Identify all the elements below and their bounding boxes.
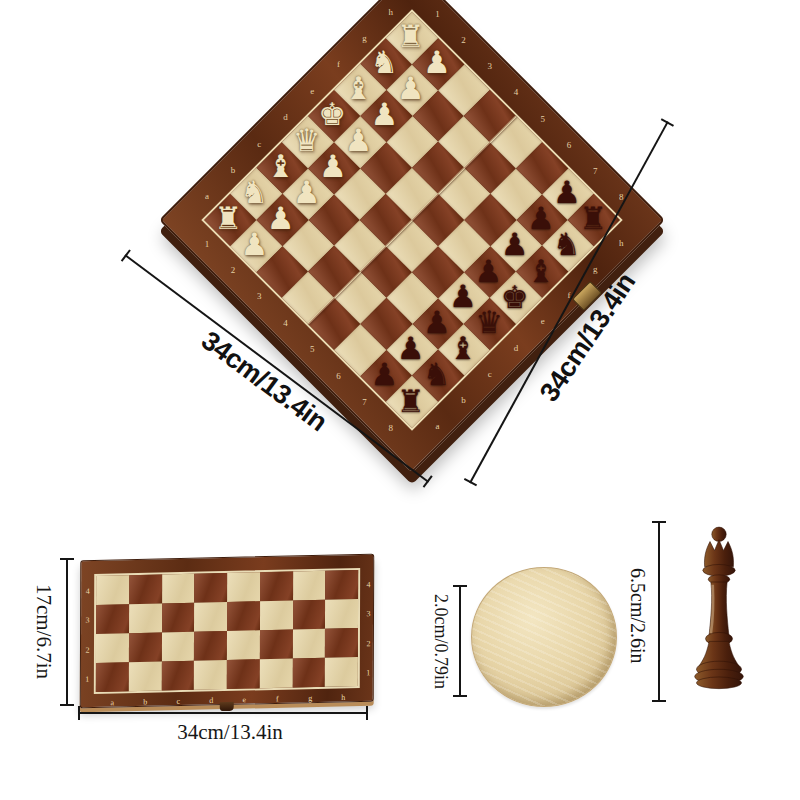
product-photo-stage: ♜♞♝♛♚♝♞♜♟♟♟♟♟♟♟♟♟♟♟♟♟♟♟♟♜♞♝♛♚♝♞♜ aabbccd… bbox=[0, 0, 800, 800]
black-pawn-piece: ♟ bbox=[553, 177, 581, 208]
folded-width-line bbox=[78, 712, 368, 714]
board-coordinate: d bbox=[514, 343, 519, 353]
folded-board-coordinate: 1 bbox=[366, 669, 370, 678]
folded-board-coordinate: 2 bbox=[366, 639, 370, 648]
white-knight-piece: ♞ bbox=[241, 177, 269, 208]
board-coordinate: 7 bbox=[362, 397, 367, 407]
white-pawn-piece: ♟ bbox=[319, 151, 347, 182]
folded-board-coordinate: 3 bbox=[86, 616, 90, 625]
folded-board-coordinate: b bbox=[143, 697, 147, 706]
folded-height-label: 17cm/6.7in bbox=[33, 566, 54, 698]
folded-board-coordinate: g bbox=[308, 693, 312, 702]
white-pawn-piece: ♟ bbox=[293, 177, 321, 208]
board-coordinate: 2 bbox=[461, 35, 466, 45]
white-pawn-piece: ♟ bbox=[345, 125, 373, 156]
folded-board-coordinate: 1 bbox=[85, 675, 89, 684]
white-pawn-piece: ♟ bbox=[267, 203, 295, 234]
folded-square-b3 bbox=[129, 603, 162, 633]
white-queen-piece: ♛ bbox=[293, 125, 321, 156]
folded-square-d2 bbox=[194, 631, 227, 661]
black-knight-piece: ♞ bbox=[553, 229, 581, 260]
checker-disc bbox=[471, 567, 617, 707]
board-coordinate: 2 bbox=[231, 265, 236, 275]
folded-board-coordinate: 3 bbox=[366, 609, 370, 618]
white-rook-piece: ♜ bbox=[215, 203, 243, 234]
folded-board-playing-area bbox=[94, 568, 360, 694]
board-coordinate: 1 bbox=[435, 8, 440, 18]
board-coordinate: h bbox=[389, 7, 394, 17]
board-coordinate: 3 bbox=[257, 291, 262, 301]
folded-square-f1 bbox=[260, 659, 293, 689]
folded-board-coordinate: h bbox=[341, 692, 345, 701]
folded-square-h1 bbox=[325, 657, 358, 687]
board-coordinate: 3 bbox=[488, 61, 493, 71]
folded-square-d4 bbox=[194, 573, 227, 603]
folded-board-grid bbox=[96, 570, 358, 692]
folded-square-a3 bbox=[96, 604, 129, 634]
folded-square-c2 bbox=[161, 632, 194, 662]
board-coordinate: e bbox=[541, 316, 545, 326]
folded-square-g3 bbox=[292, 600, 325, 630]
main-chess-board: ♜♞♝♛♚♝♞♜♟♟♟♟♟♟♟♟♟♟♟♟♟♟♟♟♜♞♝♛♚♝♞♜ aabbccd… bbox=[159, 0, 665, 473]
board-coordinate: g bbox=[593, 264, 598, 274]
black-pawn-piece: ♟ bbox=[423, 307, 451, 338]
folded-square-h4 bbox=[325, 570, 358, 600]
folded-chess-board: 44332211abcdefgh bbox=[80, 554, 374, 709]
board-coordinate: h bbox=[619, 237, 624, 247]
board-coordinate: 1 bbox=[204, 239, 209, 249]
folded-square-e2 bbox=[227, 630, 260, 660]
white-pawn-piece: ♟ bbox=[397, 73, 425, 104]
folded-board-coordinate: 4 bbox=[86, 586, 90, 595]
white-king-piece: ♚ bbox=[319, 99, 347, 130]
board-coordinate: 7 bbox=[593, 166, 598, 176]
board-coordinate: e bbox=[310, 86, 314, 96]
board-coordinate: c bbox=[488, 369, 492, 379]
board-coordinate: 6 bbox=[336, 370, 341, 380]
board-coordinate: f bbox=[337, 60, 340, 70]
folded-board-coordinate: d bbox=[209, 695, 213, 704]
board-coordinate: 6 bbox=[567, 140, 571, 150]
board-coordinate: d bbox=[283, 112, 288, 122]
folded-board-coordinate: 2 bbox=[85, 645, 89, 654]
folded-square-a2 bbox=[96, 633, 129, 663]
folded-square-g1 bbox=[292, 658, 325, 688]
board-coordinate: c bbox=[257, 139, 261, 149]
black-rook-piece: ♜ bbox=[579, 203, 607, 234]
folded-square-d3 bbox=[194, 602, 227, 632]
board-coordinate: g bbox=[362, 33, 367, 43]
folded-board-coordinate: f bbox=[276, 694, 279, 703]
white-knight-piece: ♞ bbox=[371, 47, 399, 78]
black-bishop-piece: ♝ bbox=[527, 255, 555, 286]
board-coordinate: 5 bbox=[540, 114, 545, 124]
folded-square-e4 bbox=[227, 572, 260, 602]
board-coordinate: 4 bbox=[283, 318, 288, 328]
board-coordinate: a bbox=[205, 191, 209, 201]
white-rook-piece: ♜ bbox=[397, 21, 425, 52]
piece-height-label: 6.5cm/2.6in bbox=[628, 555, 648, 677]
folded-square-a4 bbox=[96, 575, 129, 605]
black-pawn-piece: ♟ bbox=[371, 359, 399, 390]
folded-square-d1 bbox=[194, 660, 227, 690]
folded-square-f2 bbox=[260, 630, 293, 660]
black-pawn-piece: ♟ bbox=[527, 203, 555, 234]
disc-diameter-label: 2.0cm/0.79in bbox=[432, 578, 450, 704]
board-coordinate: 5 bbox=[310, 344, 315, 354]
black-rook-piece: ♜ bbox=[397, 385, 425, 416]
folded-square-f3 bbox=[260, 601, 293, 631]
folded-square-h3 bbox=[325, 599, 358, 629]
board-coordinate: b bbox=[231, 165, 236, 175]
board-coordinate: 4 bbox=[514, 87, 519, 97]
white-bishop-piece: ♝ bbox=[267, 151, 295, 182]
folded-square-b1 bbox=[129, 661, 162, 691]
folded-board-coordinate: e bbox=[242, 695, 246, 704]
folded-board-coordinate: c bbox=[176, 696, 180, 705]
black-knight-piece: ♞ bbox=[423, 359, 451, 390]
folded-width-label: 34cm/13.4in bbox=[125, 720, 335, 745]
folded-board-coordinate: 4 bbox=[367, 580, 371, 589]
piece-height-line bbox=[658, 521, 660, 702]
black-pawn-piece: ♟ bbox=[501, 229, 529, 260]
disc-diameter-line bbox=[459, 585, 461, 697]
folded-board-latch-icon bbox=[220, 702, 234, 711]
folded-square-h2 bbox=[325, 628, 358, 658]
board-coordinate: a bbox=[435, 422, 439, 432]
white-bishop-piece: ♝ bbox=[345, 73, 373, 104]
folded-square-g4 bbox=[293, 571, 326, 601]
folded-square-c4 bbox=[162, 574, 195, 604]
white-pawn-piece: ♟ bbox=[423, 47, 451, 78]
folded-square-a1 bbox=[96, 662, 129, 692]
white-pawn-piece: ♟ bbox=[371, 99, 399, 130]
folded-square-g2 bbox=[292, 629, 325, 659]
black-bishop-piece: ♝ bbox=[449, 333, 477, 364]
folded-square-c1 bbox=[161, 661, 194, 691]
chess-queen-piece bbox=[683, 516, 755, 702]
folded-square-e3 bbox=[227, 601, 260, 631]
black-queen-piece: ♛ bbox=[475, 307, 503, 338]
folded-square-e1 bbox=[227, 659, 260, 689]
white-pawn-piece: ♟ bbox=[241, 229, 269, 260]
black-pawn-piece: ♟ bbox=[449, 281, 477, 312]
black-king-piece: ♚ bbox=[501, 281, 529, 312]
board-coordinate: 8 bbox=[389, 423, 394, 433]
folded-square-b4 bbox=[129, 574, 162, 604]
folded-board-coordinate: a bbox=[110, 698, 114, 707]
board-coordinate: b bbox=[461, 395, 466, 405]
folded-height-line bbox=[66, 558, 68, 706]
black-pawn-piece: ♟ bbox=[475, 255, 503, 286]
folded-square-c3 bbox=[162, 603, 195, 633]
black-pawn-piece: ♟ bbox=[397, 333, 425, 364]
folded-square-b2 bbox=[129, 632, 162, 662]
folded-square-f4 bbox=[260, 571, 293, 601]
